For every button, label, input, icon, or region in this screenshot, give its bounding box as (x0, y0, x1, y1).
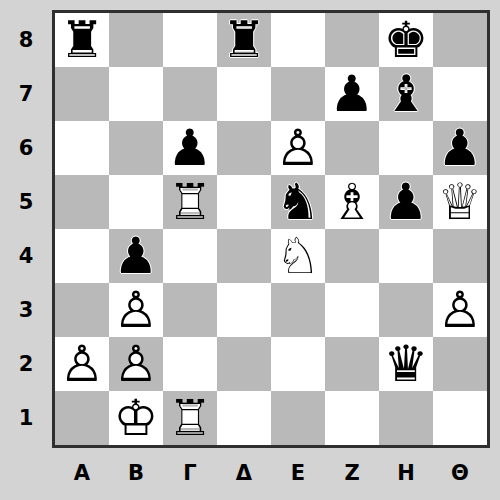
rank-label-3: 3 (0, 283, 52, 337)
square-a3[interactable] (55, 283, 109, 337)
piece-black-pawn-b4[interactable]: ♟ (109, 229, 163, 283)
square-b3[interactable]: ♟♙ (109, 283, 163, 337)
piece-white-pawn-h3[interactable]: ♟♙ (433, 283, 487, 337)
square-c5[interactable]: ♜♖ (163, 175, 217, 229)
square-a8[interactable]: ♜ (55, 13, 109, 67)
square-g7[interactable]: ♝ (379, 67, 433, 121)
square-a4[interactable] (55, 229, 109, 283)
square-e1[interactable] (271, 391, 325, 445)
square-h7[interactable] (433, 67, 487, 121)
piece-white-king-b1[interactable]: ♚♔ (109, 391, 163, 445)
white-knight-outline-glyph: ♘ (271, 229, 325, 283)
white-pawn-outline-glyph: ♙ (109, 337, 163, 391)
file-label-g: Η (379, 448, 433, 498)
square-b5[interactable] (109, 175, 163, 229)
square-d7[interactable] (217, 67, 271, 121)
file-label-a: Α (55, 448, 109, 498)
square-a5[interactable] (55, 175, 109, 229)
square-h8[interactable] (433, 13, 487, 67)
piece-black-pawn-f7[interactable]: ♟ (325, 67, 379, 121)
square-c1[interactable]: ♜♖ (163, 391, 217, 445)
white-pawn-outline-glyph: ♙ (55, 337, 109, 391)
white-king-outline-glyph: ♔ (109, 391, 163, 445)
piece-black-rook-a8[interactable]: ♜ (55, 13, 109, 67)
piece-white-rook-c5[interactable]: ♜♖ (163, 175, 217, 229)
square-e5[interactable]: ♞ (271, 175, 325, 229)
square-c7[interactable] (163, 67, 217, 121)
white-rook-outline-glyph: ♖ (163, 175, 217, 229)
piece-black-pawn-h6[interactable]: ♟ (433, 121, 487, 175)
square-e7[interactable] (271, 67, 325, 121)
rank-label-4: 4 (0, 229, 52, 283)
white-queen-outline-glyph: ♕ (433, 175, 487, 229)
square-h2[interactable] (433, 337, 487, 391)
white-rook-outline-glyph: ♖ (163, 391, 217, 445)
square-e6[interactable]: ♟♙ (271, 121, 325, 175)
piece-black-knight-e5[interactable]: ♞ (271, 175, 325, 229)
rank-label-7: 7 (0, 67, 52, 121)
square-g8[interactable]: ♚ (379, 13, 433, 67)
file-label-f: Ζ (325, 448, 379, 498)
white-bishop-outline-glyph: ♗ (325, 175, 379, 229)
square-e4[interactable]: ♞♘ (271, 229, 325, 283)
square-h1[interactable] (433, 391, 487, 445)
square-b4[interactable]: ♟ (109, 229, 163, 283)
square-b8[interactable] (109, 13, 163, 67)
square-b7[interactable] (109, 67, 163, 121)
square-d8[interactable]: ♜ (217, 13, 271, 67)
square-g4[interactable] (379, 229, 433, 283)
square-d5[interactable] (217, 175, 271, 229)
square-g3[interactable] (379, 283, 433, 337)
square-f3[interactable] (325, 283, 379, 337)
piece-white-rook-c1[interactable]: ♜♖ (163, 391, 217, 445)
square-g1[interactable] (379, 391, 433, 445)
rank-label-1: 1 (0, 391, 52, 445)
square-d2[interactable] (217, 337, 271, 391)
rank-label-8: 8 (0, 13, 52, 67)
square-f6[interactable] (325, 121, 379, 175)
file-labels: Α Β Γ Δ Ε Ζ Η Θ (55, 448, 487, 498)
square-b1[interactable]: ♚♔ (109, 391, 163, 445)
file-label-e: Ε (271, 448, 325, 498)
square-c2[interactable] (163, 337, 217, 391)
square-d1[interactable] (217, 391, 271, 445)
square-c3[interactable] (163, 283, 217, 337)
piece-black-rook-d8[interactable]: ♜ (217, 13, 271, 67)
square-e3[interactable] (271, 283, 325, 337)
rank-label-2: 2 (0, 337, 52, 391)
square-c8[interactable] (163, 13, 217, 67)
square-h6[interactable]: ♟ (433, 121, 487, 175)
square-g6[interactable] (379, 121, 433, 175)
square-d4[interactable] (217, 229, 271, 283)
square-f1[interactable] (325, 391, 379, 445)
file-label-b: Β (109, 448, 163, 498)
rank-labels: 8 7 6 5 4 3 2 1 (0, 13, 52, 445)
piece-black-king-g8[interactable]: ♚ (379, 13, 433, 67)
square-g5[interactable]: ♟ (379, 175, 433, 229)
piece-white-knight-e4[interactable]: ♞♘ (271, 229, 325, 283)
square-h4[interactable] (433, 229, 487, 283)
square-e2[interactable] (271, 337, 325, 391)
piece-black-pawn-g5[interactable]: ♟ (379, 175, 433, 229)
square-g2[interactable]: ♛ (379, 337, 433, 391)
square-f5[interactable]: ♝♗ (325, 175, 379, 229)
square-a6[interactable] (55, 121, 109, 175)
piece-white-pawn-a2[interactable]: ♟♙ (55, 337, 109, 391)
square-a2[interactable]: ♟♙ (55, 337, 109, 391)
piece-black-pawn-c6[interactable]: ♟ (163, 121, 217, 175)
square-d6[interactable] (217, 121, 271, 175)
square-f2[interactable] (325, 337, 379, 391)
square-b6[interactable] (109, 121, 163, 175)
chessboard: ♜♜♚♟♝♟♟♙♟♜♖♞♝♗♟♛♕♟♞♘♟♙♟♙♟♙♟♙♛♚♔♜♖ (55, 13, 487, 445)
white-pawn-outline-glyph: ♙ (433, 283, 487, 337)
piece-white-bishop-f5[interactable]: ♝♗ (325, 175, 379, 229)
piece-black-bishop-g7[interactable]: ♝ (379, 67, 433, 121)
square-h3[interactable]: ♟♙ (433, 283, 487, 337)
file-label-c: Γ (163, 448, 217, 498)
square-b2[interactable]: ♟♙ (109, 337, 163, 391)
square-f8[interactable] (325, 13, 379, 67)
file-label-d: Δ (217, 448, 271, 498)
rank-label-5: 5 (0, 175, 52, 229)
piece-white-queen-h5[interactable]: ♛♕ (433, 175, 487, 229)
square-e8[interactable] (271, 13, 325, 67)
white-pawn-outline-glyph: ♙ (109, 283, 163, 337)
piece-white-pawn-b2[interactable]: ♟♙ (109, 337, 163, 391)
square-a7[interactable] (55, 67, 109, 121)
square-d3[interactable] (217, 283, 271, 337)
square-c4[interactable] (163, 229, 217, 283)
board-frame: ♜♜♚♟♝♟♟♙♟♜♖♞♝♗♟♛♕♟♞♘♟♙♟♙♟♙♟♙♛♚♔♜♖ (52, 10, 490, 448)
piece-black-queen-g2[interactable]: ♛ (379, 337, 433, 391)
square-c6[interactable]: ♟ (163, 121, 217, 175)
piece-white-pawn-e6[interactable]: ♟♙ (271, 121, 325, 175)
square-f4[interactable] (325, 229, 379, 283)
square-a1[interactable] (55, 391, 109, 445)
square-h5[interactable]: ♛♕ (433, 175, 487, 229)
piece-white-pawn-b3[interactable]: ♟♙ (109, 283, 163, 337)
rank-label-6: 6 (0, 121, 52, 175)
square-f7[interactable]: ♟ (325, 67, 379, 121)
file-label-h: Θ (433, 448, 487, 498)
white-pawn-outline-glyph: ♙ (271, 121, 325, 175)
